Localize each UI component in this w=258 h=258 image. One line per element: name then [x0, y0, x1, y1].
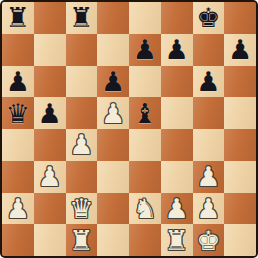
- square-h4[interactable]: [224, 129, 256, 161]
- square-f3[interactable]: [161, 161, 193, 193]
- square-f5[interactable]: [161, 97, 193, 129]
- square-d8[interactable]: [97, 2, 129, 34]
- square-a8[interactable]: ♜: [2, 2, 34, 34]
- square-g3[interactable]: ♟: [193, 161, 225, 193]
- square-g7[interactable]: [193, 34, 225, 66]
- square-h7[interactable]: ♟: [224, 34, 256, 66]
- square-g8[interactable]: ♚: [193, 2, 225, 34]
- piece-black-king[interactable]: ♚: [196, 2, 220, 33]
- square-e3[interactable]: [129, 161, 161, 193]
- piece-black-rook[interactable]: ♜: [69, 2, 93, 33]
- square-a4[interactable]: [2, 129, 34, 161]
- square-f6[interactable]: [161, 66, 193, 98]
- square-d6[interactable]: ♟: [97, 66, 129, 98]
- piece-black-queen[interactable]: ♛: [6, 98, 30, 129]
- piece-black-pawn[interactable]: ♟: [228, 34, 252, 65]
- square-f7[interactable]: ♟: [161, 34, 193, 66]
- square-d5[interactable]: ♟: [97, 97, 129, 129]
- piece-white-pawn[interactable]: ♟: [38, 161, 62, 192]
- square-b6[interactable]: [34, 66, 66, 98]
- square-c1[interactable]: ♜: [66, 224, 98, 256]
- square-h1[interactable]: [224, 224, 256, 256]
- piece-white-pawn[interactable]: ♟: [196, 161, 220, 192]
- square-h2[interactable]: [224, 193, 256, 225]
- piece-white-king[interactable]: ♚: [196, 225, 220, 256]
- square-d4[interactable]: [97, 129, 129, 161]
- square-b2[interactable]: [34, 193, 66, 225]
- square-f4[interactable]: [161, 129, 193, 161]
- square-d1[interactable]: [97, 224, 129, 256]
- piece-white-pawn[interactable]: ♟: [69, 129, 93, 160]
- square-d7[interactable]: [97, 34, 129, 66]
- square-c2[interactable]: ♛: [66, 193, 98, 225]
- square-e1[interactable]: [129, 224, 161, 256]
- square-f2[interactable]: ♟: [161, 193, 193, 225]
- square-a6[interactable]: ♟: [2, 66, 34, 98]
- piece-black-pawn[interactable]: ♟: [101, 66, 125, 97]
- square-c8[interactable]: ♜: [66, 2, 98, 34]
- piece-white-pawn[interactable]: ♟: [196, 193, 220, 224]
- square-b3[interactable]: ♟: [34, 161, 66, 193]
- piece-black-pawn[interactable]: ♟: [196, 66, 220, 97]
- piece-black-rook[interactable]: ♜: [6, 2, 30, 33]
- piece-black-pawn[interactable]: ♟: [133, 34, 157, 65]
- square-a3[interactable]: [2, 161, 34, 193]
- piece-white-pawn[interactable]: ♟: [6, 193, 30, 224]
- square-a2[interactable]: ♟: [2, 193, 34, 225]
- square-h8[interactable]: [224, 2, 256, 34]
- piece-black-pawn[interactable]: ♟: [38, 98, 62, 129]
- square-h3[interactable]: [224, 161, 256, 193]
- board-grid: ♜♜♚♟♟♟♟♟♟♛♟♟♝♟♟♟♟♛♞♟♟♜♜♚: [2, 2, 256, 256]
- piece-black-bishop[interactable]: ♝: [133, 98, 157, 129]
- square-b4[interactable]: [34, 129, 66, 161]
- square-c5[interactable]: [66, 97, 98, 129]
- square-d2[interactable]: [97, 193, 129, 225]
- square-a1[interactable]: [2, 224, 34, 256]
- piece-black-pawn[interactable]: ♟: [6, 66, 30, 97]
- square-e6[interactable]: [129, 66, 161, 98]
- square-h5[interactable]: [224, 97, 256, 129]
- square-g6[interactable]: ♟: [193, 66, 225, 98]
- square-c4[interactable]: ♟: [66, 129, 98, 161]
- square-h6[interactable]: [224, 66, 256, 98]
- chess-board: ♜♜♚♟♟♟♟♟♟♛♟♟♝♟♟♟♟♛♞♟♟♜♜♚: [0, 0, 258, 258]
- square-c6[interactable]: [66, 66, 98, 98]
- piece-white-rook[interactable]: ♜: [165, 225, 189, 256]
- piece-white-queen[interactable]: ♛: [69, 193, 93, 224]
- square-e7[interactable]: ♟: [129, 34, 161, 66]
- square-g5[interactable]: [193, 97, 225, 129]
- square-a7[interactable]: [2, 34, 34, 66]
- piece-white-pawn[interactable]: ♟: [165, 193, 189, 224]
- square-e4[interactable]: [129, 129, 161, 161]
- square-e2[interactable]: ♞: [129, 193, 161, 225]
- piece-black-pawn[interactable]: ♟: [165, 34, 189, 65]
- square-g4[interactable]: [193, 129, 225, 161]
- square-b5[interactable]: ♟: [34, 97, 66, 129]
- square-e8[interactable]: [129, 2, 161, 34]
- square-g2[interactable]: ♟: [193, 193, 225, 225]
- square-d3[interactable]: [97, 161, 129, 193]
- piece-white-knight[interactable]: ♞: [133, 193, 157, 224]
- square-f8[interactable]: [161, 2, 193, 34]
- square-b8[interactable]: [34, 2, 66, 34]
- square-b7[interactable]: [34, 34, 66, 66]
- square-f1[interactable]: ♜: [161, 224, 193, 256]
- square-c7[interactable]: [66, 34, 98, 66]
- square-c3[interactable]: [66, 161, 98, 193]
- square-b1[interactable]: [34, 224, 66, 256]
- square-e5[interactable]: ♝: [129, 97, 161, 129]
- piece-white-pawn[interactable]: ♟: [101, 98, 125, 129]
- piece-white-rook[interactable]: ♜: [69, 225, 93, 256]
- square-a5[interactable]: ♛: [2, 97, 34, 129]
- square-g1[interactable]: ♚: [193, 224, 225, 256]
